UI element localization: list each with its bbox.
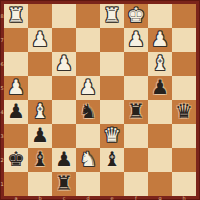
piece-black-queen[interactable]: ♛ — [172, 100, 196, 124]
square-g1[interactable] — [148, 172, 172, 196]
square-g4[interactable] — [148, 100, 172, 124]
square-h8[interactable] — [172, 4, 196, 28]
file-label-h: h — [182, 196, 185, 200]
square-a4[interactable]: ♟ — [4, 100, 28, 124]
square-f5[interactable] — [124, 76, 148, 100]
square-f6[interactable] — [124, 52, 148, 76]
piece-black-pawn[interactable]: ♟ — [52, 148, 76, 172]
square-d4[interactable]: ♞ — [76, 100, 100, 124]
rank-label-2: 2 — [0, 158, 3, 163]
square-e5[interactable] — [100, 76, 124, 100]
square-f7[interactable]: ♟ — [124, 28, 148, 52]
square-g6[interactable]: ♝ — [148, 52, 172, 76]
piece-black-knight[interactable]: ♞ — [76, 100, 100, 124]
file-label-f: f — [135, 196, 137, 200]
square-c1[interactable]: ♜ — [52, 172, 76, 196]
square-d3[interactable] — [76, 124, 100, 148]
square-a8[interactable]: ♜ — [4, 4, 28, 28]
square-b7[interactable]: ♟ — [28, 28, 52, 52]
square-g8[interactable] — [148, 4, 172, 28]
piece-white-king[interactable]: ♚ — [124, 4, 148, 28]
square-c8[interactable] — [52, 4, 76, 28]
square-h1[interactable] — [172, 172, 196, 196]
square-e8[interactable]: ♜ — [100, 4, 124, 28]
square-a7[interactable] — [4, 28, 28, 52]
square-a3[interactable] — [4, 124, 28, 148]
square-b2[interactable]: ♝ — [28, 148, 52, 172]
piece-black-pawn[interactable]: ♟ — [28, 124, 52, 148]
square-c4[interactable] — [52, 100, 76, 124]
piece-white-pawn[interactable]: ♟ — [76, 76, 100, 100]
square-h6[interactable] — [172, 52, 196, 76]
piece-white-pawn[interactable]: ♟ — [124, 28, 148, 52]
square-b4[interactable]: ♝ — [28, 100, 52, 124]
file-label-a: a — [14, 196, 17, 200]
piece-black-pawn[interactable]: ♟ — [4, 100, 28, 124]
piece-black-rook[interactable]: ♜ — [52, 172, 76, 196]
file-label-d: d — [86, 196, 89, 200]
file-label-g: g — [158, 196, 161, 200]
piece-white-pawn[interactable]: ♟ — [52, 52, 76, 76]
square-g2[interactable] — [148, 148, 172, 172]
piece-black-bishop[interactable]: ♝ — [28, 148, 52, 172]
square-c7[interactable] — [52, 28, 76, 52]
file-label-b: b — [38, 196, 41, 200]
rank-label-5: 5 — [0, 86, 3, 91]
square-g5[interactable]: ♟ — [148, 76, 172, 100]
square-d5[interactable]: ♟ — [76, 76, 100, 100]
square-f4[interactable]: ♜ — [124, 100, 148, 124]
square-d6[interactable] — [76, 52, 100, 76]
square-a2[interactable]: ♚ — [4, 148, 28, 172]
square-h5[interactable] — [172, 76, 196, 100]
square-b8[interactable] — [28, 4, 52, 28]
rank-label-7: 7 — [0, 38, 3, 43]
piece-white-pawn[interactable]: ♟ — [4, 76, 28, 100]
piece-black-rook[interactable]: ♜ — [124, 100, 148, 124]
square-c6[interactable]: ♟ — [52, 52, 76, 76]
file-label-e: e — [110, 196, 113, 200]
square-g7[interactable]: ♟ — [148, 28, 172, 52]
square-a1[interactable] — [4, 172, 28, 196]
piece-black-bishop[interactable]: ♝ — [100, 148, 124, 172]
chess-board: ♜♜♚♟♟♟♟♝♟♟♟♟♝♞♜♛♟♛♚♝♟♞♝♜ — [4, 4, 196, 196]
square-b3[interactable]: ♟ — [28, 124, 52, 148]
piece-white-bishop[interactable]: ♝ — [148, 52, 172, 76]
piece-white-bishop[interactable]: ♝ — [28, 100, 52, 124]
square-f8[interactable]: ♚ — [124, 4, 148, 28]
rank-label-8: 8 — [0, 14, 3, 19]
piece-black-king[interactable]: ♚ — [4, 148, 28, 172]
square-b5[interactable] — [28, 76, 52, 100]
square-f3[interactable] — [124, 124, 148, 148]
board-frame: ♜♜♚♟♟♟♟♝♟♟♟♟♝♞♜♛♟♛♚♝♟♞♝♜ abcdefgh8765432… — [0, 0, 200, 200]
square-g3[interactable] — [148, 124, 172, 148]
square-e3[interactable]: ♛ — [100, 124, 124, 148]
rank-label-3: 3 — [0, 134, 3, 139]
piece-white-pawn[interactable]: ♟ — [28, 28, 52, 52]
square-d7[interactable] — [76, 28, 100, 52]
square-c2[interactable]: ♟ — [52, 148, 76, 172]
piece-white-queen[interactable]: ♛ — [100, 124, 124, 148]
square-d8[interactable] — [76, 4, 100, 28]
square-b1[interactable] — [28, 172, 52, 196]
piece-white-pawn[interactable]: ♟ — [148, 28, 172, 52]
square-c3[interactable] — [52, 124, 76, 148]
square-a5[interactable]: ♟ — [4, 76, 28, 100]
square-d1[interactable] — [76, 172, 100, 196]
square-a6[interactable] — [4, 52, 28, 76]
square-f2[interactable] — [124, 148, 148, 172]
square-e6[interactable] — [100, 52, 124, 76]
piece-black-pawn[interactable]: ♟ — [148, 76, 172, 100]
square-h4[interactable]: ♛ — [172, 100, 196, 124]
rank-label-4: 4 — [0, 110, 3, 115]
file-label-c: c — [63, 196, 66, 200]
square-d2[interactable]: ♞ — [76, 148, 100, 172]
rank-label-6: 6 — [0, 62, 3, 67]
piece-white-knight[interactable]: ♞ — [76, 148, 100, 172]
square-h7[interactable] — [172, 28, 196, 52]
square-e4[interactable] — [100, 100, 124, 124]
square-f1[interactable] — [124, 172, 148, 196]
piece-white-rook[interactable]: ♜ — [100, 4, 124, 28]
square-h3[interactable] — [172, 124, 196, 148]
square-h2[interactable] — [172, 148, 196, 172]
square-e7[interactable] — [100, 28, 124, 52]
rank-label-1: 1 — [0, 182, 3, 187]
piece-white-rook[interactable]: ♜ — [4, 4, 28, 28]
square-e2[interactable]: ♝ — [100, 148, 124, 172]
square-b6[interactable] — [28, 52, 52, 76]
square-c5[interactable] — [52, 76, 76, 100]
square-e1[interactable] — [100, 172, 124, 196]
